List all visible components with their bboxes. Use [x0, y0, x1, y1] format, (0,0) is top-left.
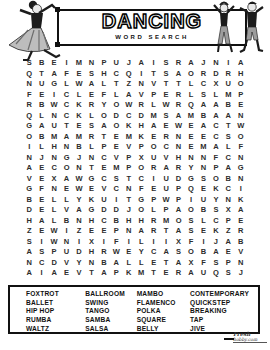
- grid-cell: A: [210, 247, 222, 257]
- grid-cell: F: [23, 89, 35, 99]
- grid-cell: N: [85, 257, 97, 267]
- grid-cell: Q: [185, 184, 197, 194]
- grid-cell: E: [235, 215, 247, 225]
- grid-cell: L: [98, 79, 110, 89]
- grid-cell: P: [135, 142, 147, 152]
- grid-cell: R: [23, 100, 35, 110]
- grid-cell: N: [197, 163, 209, 173]
- grid-cell: W: [48, 236, 60, 246]
- grid-cell: V: [110, 152, 122, 162]
- grid-cell: A: [197, 121, 209, 131]
- grid-cell: E: [197, 131, 209, 141]
- grid-cell: B: [98, 257, 110, 267]
- grid-cell: X: [48, 173, 60, 183]
- grid-cell: C: [110, 184, 122, 194]
- grid-cell: A: [147, 121, 159, 131]
- grid-cell: V: [60, 257, 72, 267]
- grid-cell: K: [73, 110, 85, 120]
- grid-cell: R: [197, 68, 209, 78]
- grid-cell: G: [85, 205, 97, 215]
- grid-cell: R: [147, 163, 159, 173]
- grid-cell: E: [98, 226, 110, 236]
- grid-cell: Y: [185, 163, 197, 173]
- word-bank: FOXTROTBALLETHIP HOPRUMBAWALTZ BALLROOMS…: [8, 285, 260, 334]
- grid-cell: J: [235, 268, 247, 278]
- grid-cell: M: [197, 142, 209, 152]
- grid-cell: E: [123, 247, 135, 257]
- word-list-item: POLKA: [137, 307, 190, 316]
- grid-cell: F: [98, 89, 110, 99]
- grid-cell: E: [73, 121, 85, 131]
- grid-cell: M: [73, 131, 85, 141]
- grid-cell: P: [147, 194, 159, 204]
- grid-cell: L: [48, 194, 60, 204]
- grid-cell: S: [23, 58, 35, 68]
- grid-cell: I: [147, 236, 159, 246]
- grid-cell: E: [35, 163, 47, 173]
- grid-cell: W: [123, 100, 135, 110]
- grid-cell: X: [222, 205, 234, 215]
- grid-cell: X: [210, 79, 222, 89]
- grid-cell: Q: [23, 68, 35, 78]
- grid-cell: L: [35, 110, 47, 120]
- grid-cell: D: [48, 257, 60, 267]
- grid-cell: I: [235, 184, 247, 194]
- grid-cell: F: [135, 184, 147, 194]
- grid-cell: O: [185, 205, 197, 215]
- grid-cell: U: [147, 152, 159, 162]
- grid-cell: E: [160, 121, 172, 131]
- grid-cell: M: [160, 215, 172, 225]
- grid-cell: P: [110, 268, 122, 278]
- grid-cell: X: [135, 152, 147, 162]
- grid-cell: O: [135, 205, 147, 215]
- grid-cell: E: [35, 194, 47, 204]
- grid-cell: G: [60, 152, 72, 162]
- grid-cell: H: [85, 215, 97, 225]
- grid-cell: Q: [185, 100, 197, 110]
- grid-cell: K: [73, 100, 85, 110]
- grid-cell: N: [235, 110, 247, 120]
- grid-cell: H: [135, 121, 147, 131]
- grid-cell: G: [48, 79, 60, 89]
- grid-cell: M: [110, 163, 122, 173]
- word-list-item: TAP: [190, 316, 258, 325]
- grid-cell: G: [85, 173, 97, 183]
- grid-cell: C: [160, 142, 172, 152]
- grid-cell: N: [85, 152, 97, 162]
- grid-cell: Y: [210, 194, 222, 204]
- grid-cell: G: [23, 184, 35, 194]
- grid-cell: L: [210, 89, 222, 99]
- grid-cell: O: [110, 121, 122, 131]
- grid-cell: C: [123, 110, 135, 120]
- grid-cell: V: [160, 152, 172, 162]
- grid-cell: A: [23, 268, 35, 278]
- grid-cell: O: [60, 163, 72, 173]
- grid-cell: A: [172, 205, 184, 215]
- grid-cell: A: [110, 257, 122, 267]
- grid-cell: N: [48, 110, 60, 120]
- grid-cell: E: [185, 121, 197, 131]
- grid-cell: E: [35, 205, 47, 215]
- grid-cell: A: [123, 89, 135, 99]
- grid-cell: O: [23, 131, 35, 141]
- grid-cell: E: [147, 257, 159, 267]
- grid-cell: L: [123, 257, 135, 267]
- grid-cell: Q: [23, 110, 35, 120]
- grid-cell: U: [60, 247, 72, 257]
- grid-cell: E: [60, 184, 72, 194]
- brand-logo-line2: hobby.com: [233, 337, 267, 343]
- grid-cell: V: [235, 247, 247, 257]
- grid-cell: C: [98, 215, 110, 225]
- grid-cell: C: [210, 215, 222, 225]
- grid-cell: A: [35, 215, 47, 225]
- grid-cell: O: [185, 247, 197, 257]
- grid-cell: R: [160, 131, 172, 141]
- grid-cell: S: [160, 110, 172, 120]
- grid-cell: A: [135, 226, 147, 236]
- grid-cell: I: [197, 236, 209, 246]
- grid-cell: N: [73, 215, 85, 225]
- grid-cell: E: [85, 89, 97, 99]
- grid-cell: S: [222, 131, 234, 141]
- grid-cell: P: [160, 205, 172, 215]
- grid-cell: A: [23, 247, 35, 257]
- grid-cell: A: [35, 121, 47, 131]
- grid-cell: P: [98, 142, 110, 152]
- grid-cell: W: [160, 194, 172, 204]
- grid-cell: R: [222, 68, 234, 78]
- grid-cell: C: [147, 247, 159, 257]
- word-bank-column-2: BALLROOMSWINGTANGOSAMBASALSA: [85, 290, 136, 332]
- grid-cell: B: [235, 236, 247, 246]
- grid-cell: A: [60, 131, 72, 141]
- grid-cell: H: [235, 68, 247, 78]
- word-bank-column-4: CONTEMPORARYQUICKSTEPBREAKINGTAPJIVE: [190, 290, 258, 332]
- grid-cell: K: [235, 194, 247, 204]
- grid-cell: P: [235, 89, 247, 99]
- grid-cell: J: [73, 152, 85, 162]
- grid-cell: C: [210, 131, 222, 141]
- grid-cell: L: [147, 205, 159, 215]
- grid-cell: A: [235, 205, 247, 215]
- grid-cell: O: [210, 173, 222, 183]
- grid-cell: P: [123, 163, 135, 173]
- grid-cell: K: [210, 184, 222, 194]
- grid-cell: P: [123, 152, 135, 162]
- grid-cell: Z: [73, 226, 85, 236]
- grid-cell: J: [123, 205, 135, 215]
- grid-cell: I: [222, 58, 234, 68]
- grid-cell: B: [197, 247, 209, 257]
- grid-cell: K: [210, 226, 222, 236]
- grid-cell: D: [172, 173, 184, 183]
- grid-cell: W: [110, 247, 122, 257]
- grid-cell: X: [185, 257, 197, 267]
- grid-cell: O: [110, 100, 122, 110]
- word-list-item: MAMBO: [137, 290, 190, 299]
- grid-cell: S: [210, 257, 222, 267]
- grid-cell: A: [160, 247, 172, 257]
- grid-cell: A: [222, 163, 234, 173]
- grid-cell: I: [147, 58, 159, 68]
- grid-cell: O: [98, 110, 110, 120]
- grid-cell: A: [98, 121, 110, 131]
- grid-cell: N: [23, 257, 35, 267]
- word-list-item: SALSA: [85, 325, 136, 334]
- grid-cell: P: [147, 89, 159, 99]
- grid-cell: T: [147, 268, 159, 278]
- word-list-item: CONTEMPORARY: [190, 290, 258, 299]
- grid-cell: K: [85, 194, 97, 204]
- grid-cell: N: [85, 58, 97, 68]
- grid-cell: L: [85, 110, 97, 120]
- grid-cell: T: [60, 121, 72, 131]
- grid-cell: P: [222, 257, 234, 267]
- grid-cell: L: [60, 194, 72, 204]
- grid-cell: A: [172, 110, 184, 120]
- grid-cell: B: [60, 215, 72, 225]
- grid-cell: R: [147, 226, 159, 236]
- grid-cell: A: [160, 163, 172, 173]
- grid-cell: N: [48, 184, 60, 194]
- grid-cell: R: [85, 100, 97, 110]
- grid-cell: A: [210, 142, 222, 152]
- grid-cell: R: [135, 100, 147, 110]
- grid-cell: A: [85, 79, 97, 89]
- grid-cell: X: [85, 236, 97, 246]
- grid-cell: A: [172, 257, 184, 267]
- grid-cell: A: [135, 58, 147, 68]
- grid-cell: T: [160, 226, 172, 236]
- grid-cell: E: [222, 247, 234, 257]
- grid-cell: U: [197, 194, 209, 204]
- grid-cell: Y: [135, 247, 147, 257]
- word-list-item: WALTZ: [26, 325, 85, 334]
- word-list-item: BALLROOM: [85, 290, 136, 299]
- grid-cell: Z: [23, 226, 35, 236]
- grid-cell: L: [110, 89, 122, 99]
- grid-cell: U: [222, 79, 234, 89]
- grid-cell: G: [235, 163, 247, 173]
- word-bank-column-1: FOXTROTBALLETHIP HOPRUMBAWALTZ: [26, 290, 85, 332]
- grid-cell: B: [222, 173, 234, 183]
- grid-cell: E: [85, 226, 97, 236]
- grid-cell: K: [135, 131, 147, 141]
- grid-cell: E: [60, 268, 72, 278]
- grid-cell: A: [222, 236, 234, 246]
- word-bank-column-3: MAMBOFLAMENCOPOLKASQUAREBELLY: [137, 290, 190, 332]
- grid-cell: V: [23, 173, 35, 183]
- grid-cell: V: [60, 205, 72, 215]
- grid-cell: U: [48, 121, 60, 131]
- grid-cell: E: [185, 142, 197, 152]
- grid-cell: F: [110, 236, 122, 246]
- grid-cell: O: [135, 163, 147, 173]
- grid-cell: S: [222, 268, 234, 278]
- grid-cell: C: [48, 163, 60, 173]
- grid-cell: R: [172, 163, 184, 173]
- grid-cell: D: [73, 247, 85, 257]
- grid-cell: R: [147, 215, 159, 225]
- dancer-couple-illustration: [210, 0, 268, 58]
- grid-cell: Y: [73, 194, 85, 204]
- grid-cell: E: [110, 131, 122, 141]
- grid-cell: A: [172, 68, 184, 78]
- grid-cell: F: [210, 152, 222, 162]
- grid-cell: B: [35, 100, 47, 110]
- grid-cell: M: [185, 110, 197, 120]
- grid-cell: D: [110, 205, 122, 215]
- grid-cell: W: [235, 121, 247, 131]
- grid-cell: U: [35, 79, 47, 89]
- grid-cell: L: [85, 142, 97, 152]
- grid-cell: V: [147, 79, 159, 89]
- grid-cell: A: [235, 58, 247, 68]
- grid-cell: H: [48, 142, 60, 152]
- grid-cell: L: [60, 79, 72, 89]
- word-list-item: QUICKSTEP: [190, 299, 258, 308]
- grid-cell: E: [160, 268, 172, 278]
- grid-cell: O: [172, 215, 184, 225]
- grid-cell: N: [48, 152, 60, 162]
- grid-cell: L: [135, 257, 147, 267]
- grid-cell: L: [35, 142, 47, 152]
- grid-cell: H: [98, 68, 110, 78]
- grid-cell: S: [160, 58, 172, 68]
- grid-cell: T: [147, 68, 159, 78]
- grid-cell: T: [222, 121, 234, 131]
- grid-cell: W: [172, 121, 184, 131]
- grid-cell: R: [172, 89, 184, 99]
- grid-cell: R: [172, 58, 184, 68]
- grid-cell: A: [23, 163, 35, 173]
- grid-cell: F: [235, 142, 247, 152]
- grid-cell: J: [210, 236, 222, 246]
- grid-cell: M: [123, 131, 135, 141]
- grid-cell: C: [60, 100, 72, 110]
- grid-cell: D: [110, 110, 122, 120]
- grid-cell: M: [73, 58, 85, 68]
- grid-cell: I: [160, 236, 172, 246]
- grid-cell: C: [210, 121, 222, 131]
- grid-cell: E: [185, 131, 197, 141]
- grid-cell: N: [172, 131, 184, 141]
- grid-cell: U: [160, 173, 172, 183]
- grid-cell: I: [123, 236, 135, 246]
- grid-cell: C: [222, 184, 234, 194]
- grid-cell: L: [197, 215, 209, 225]
- grid-cell: T: [160, 257, 172, 267]
- grid-cell: N: [60, 236, 72, 246]
- grid-cell: T: [35, 68, 47, 78]
- grid-cell: A: [172, 226, 184, 236]
- worksheet-page: DANCING WORD SEARCH SBEIMNPUJAISRAJNIAQT…: [0, 0, 270, 350]
- grid-cell: O: [235, 131, 247, 141]
- grid-cell: E: [197, 184, 209, 194]
- word-list-item: HIP HOP: [26, 307, 85, 316]
- grid-cell: L: [185, 79, 197, 89]
- grid-cell: N: [123, 226, 135, 236]
- grid-cell: I: [35, 268, 47, 278]
- grid-cell: N: [23, 152, 35, 162]
- grid-cell: C: [98, 152, 110, 162]
- grid-cell: W: [73, 173, 85, 183]
- word-list-item: SWING: [85, 299, 136, 308]
- grid-cell: N: [235, 152, 247, 162]
- grid-cell: T: [172, 79, 184, 89]
- grid-cell: T: [123, 173, 135, 183]
- grid-cell: R: [172, 268, 184, 278]
- grid-cell: I: [35, 236, 47, 246]
- grid-cell: C: [35, 257, 47, 267]
- grid-cell: H: [135, 215, 147, 225]
- grid-cell: J: [35, 152, 47, 162]
- grid-cell: W: [48, 100, 60, 110]
- grid-cell: V: [73, 268, 85, 278]
- word-list-item: FOXTROT: [26, 290, 85, 299]
- grid-cell: I: [98, 236, 110, 246]
- grid-cell: D: [23, 205, 35, 215]
- grid-cell: G: [23, 121, 35, 131]
- grid-cell: I: [48, 89, 60, 99]
- grid-cell: A: [185, 268, 197, 278]
- grid-cell: I: [73, 236, 85, 246]
- grid-cell: L: [147, 100, 159, 110]
- grid-cell: O: [147, 142, 159, 152]
- grid-cell: N: [135, 79, 147, 89]
- grid-cell: B: [197, 110, 209, 120]
- grid-cell: U: [98, 194, 110, 204]
- grid-cell: A: [60, 173, 72, 183]
- grid-cell: D: [98, 205, 110, 215]
- grid-cell: C: [135, 173, 147, 183]
- grid-cell: N: [185, 152, 197, 162]
- grid-cell: H: [172, 152, 184, 162]
- grid-cell: W: [48, 226, 60, 236]
- grid-cell: F: [35, 184, 47, 194]
- grid-cell: V: [135, 89, 147, 99]
- grid-cell: T: [85, 163, 97, 173]
- word-list-item: SQUARE: [137, 316, 190, 325]
- word-list-item: FLAMENCO: [137, 299, 190, 308]
- grid-cell: V: [98, 184, 110, 194]
- grid-cell: W: [73, 184, 85, 194]
- grid-cell: J: [197, 58, 209, 68]
- grid-cell: Y: [73, 257, 85, 267]
- dancer-woman-skirt-illustration: [6, 0, 64, 62]
- grid-cell: E: [110, 142, 122, 152]
- grid-cell: C: [197, 79, 209, 89]
- grid-cell: E: [160, 89, 172, 99]
- grid-cell: S: [185, 215, 197, 225]
- grid-cell: E: [85, 184, 97, 194]
- grid-cell: N: [60, 142, 72, 152]
- grid-cell: T: [123, 194, 135, 204]
- grid-cell: G: [185, 173, 197, 183]
- grid-cell: L: [73, 89, 85, 99]
- grid-cell: F: [197, 257, 209, 267]
- grid-cell: N: [73, 163, 85, 173]
- grid-cell: C: [110, 68, 122, 78]
- grid-cell: Q: [210, 268, 222, 278]
- grid-cell: A: [48, 68, 60, 78]
- grid-cell: S: [110, 173, 122, 183]
- grid-cell: S: [210, 205, 222, 215]
- grid-cell: P: [110, 226, 122, 236]
